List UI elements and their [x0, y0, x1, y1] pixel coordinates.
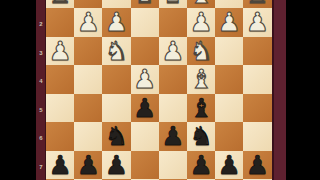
square-d4: [159, 65, 187, 94]
square-b7: ♟: [215, 151, 243, 180]
chess-thumbnail: 234567 ♜♚♛♝♜♟♟♟♟♟♟♞♟♞♟♝♟♝♞♟♞♟♟♟♟♟♟♜♚♛♝♜: [0, 0, 320, 180]
white-king-e1: ♚: [133, 0, 156, 8]
square-d3: ♟: [159, 37, 187, 66]
square-f2: ♟: [102, 8, 130, 37]
square-b4: [215, 65, 243, 94]
square-c3: ♞: [187, 37, 215, 66]
square-g4: [74, 65, 102, 94]
white-queen-d1: ♛: [161, 0, 184, 8]
square-f3: ♞: [102, 37, 130, 66]
square-e7: [131, 151, 159, 180]
square-d8: ♛: [159, 179, 187, 180]
square-g6: [74, 122, 102, 151]
square-h4: [46, 65, 74, 94]
black-pawn-b7: ♟: [218, 151, 241, 179]
square-g5: [74, 94, 102, 123]
black-bishop-c8: ♝: [189, 179, 212, 180]
black-pawn-g7: ♟: [77, 151, 100, 179]
square-b3: [215, 37, 243, 66]
square-a5: [243, 94, 271, 123]
square-e6: [131, 122, 159, 151]
white-pawn-d3: ♟: [161, 37, 184, 65]
square-e4: ♟: [131, 65, 159, 94]
chess-board: ♜♚♛♝♜♟♟♟♟♟♟♞♟♞♟♝♟♝♞♟♞♟♟♟♟♟♟♜♚♛♝♜: [46, 0, 272, 180]
square-d1: ♛: [159, 0, 187, 8]
square-a4: [243, 65, 271, 94]
square-a3: [243, 37, 271, 66]
square-a6: [243, 122, 271, 151]
square-a8: ♜: [243, 179, 271, 180]
square-h8: ♜: [46, 179, 74, 180]
square-g2: ♟: [74, 8, 102, 37]
rank-label-4: 4: [36, 78, 46, 84]
black-pawn-h7: ♟: [48, 151, 71, 179]
black-knight-f6: ♞: [105, 122, 128, 150]
square-g7: ♟: [74, 151, 102, 180]
square-h5: [46, 94, 74, 123]
square-c2: ♟: [187, 8, 215, 37]
square-e8: ♚: [131, 179, 159, 180]
black-pawn-f7: ♟: [105, 151, 128, 179]
square-c4: ♝: [187, 65, 215, 94]
white-pawn-a2: ♟: [246, 8, 269, 36]
white-rook-h1: ♜: [48, 0, 71, 8]
square-h6: [46, 122, 74, 151]
square-c5: ♝: [187, 94, 215, 123]
square-c8: ♝: [187, 179, 215, 180]
black-bishop-c5: ♝: [189, 94, 212, 122]
square-d2: [159, 8, 187, 37]
black-pawn-d6: ♟: [161, 122, 184, 150]
square-c7: ♟: [187, 151, 215, 180]
white-knight-f3: ♞: [105, 37, 128, 65]
black-pawn-e5: ♟: [133, 94, 156, 122]
rank-label-3: 3: [36, 50, 46, 56]
white-knight-c3: ♞: [189, 37, 212, 65]
square-f8: [102, 179, 130, 180]
white-pawn-c2: ♟: [189, 8, 212, 36]
black-king-e8: ♚: [133, 179, 156, 180]
square-h3: ♟: [46, 37, 74, 66]
black-rook-a8: ♜: [246, 179, 269, 180]
square-f4: [102, 65, 130, 94]
rank-label-7: 7: [36, 164, 46, 170]
square-e2: [131, 8, 159, 37]
white-pawn-h3: ♟: [48, 37, 71, 65]
white-pawn-e4: ♟: [133, 65, 156, 93]
white-pawn-g2: ♟: [77, 8, 100, 36]
square-b5: [215, 94, 243, 123]
rank-label-strip: 234567: [36, 0, 46, 180]
rank-label-6: 6: [36, 135, 46, 141]
black-queen-d8: ♛: [161, 179, 184, 180]
white-pawn-b2: ♟: [218, 8, 241, 36]
black-rook-h8: ♜: [48, 179, 71, 180]
square-b8: [215, 179, 243, 180]
square-a2: ♟: [243, 8, 271, 37]
square-h2: [46, 8, 74, 37]
square-c6: ♞: [187, 122, 215, 151]
square-a7: ♟: [243, 151, 271, 180]
rank-label-5: 5: [36, 107, 46, 113]
square-g8: [74, 179, 102, 180]
square-h7: ♟: [46, 151, 74, 180]
black-pawn-c7: ♟: [189, 151, 212, 179]
square-f5: [102, 94, 130, 123]
white-bishop-c4: ♝: [189, 65, 212, 93]
square-d5: [159, 94, 187, 123]
white-pawn-f2: ♟: [105, 8, 128, 36]
square-d6: ♟: [159, 122, 187, 151]
square-h1: ♜: [46, 0, 74, 8]
square-f7: ♟: [102, 151, 130, 180]
black-pawn-a7: ♟: [246, 151, 269, 179]
square-e1: ♚: [131, 0, 159, 8]
black-knight-c6: ♞: [189, 122, 212, 150]
square-e5: ♟: [131, 94, 159, 123]
square-f6: ♞: [102, 122, 130, 151]
square-b6: [215, 122, 243, 151]
square-d7: [159, 151, 187, 180]
board-right-frame: [272, 0, 286, 180]
square-b2: ♟: [215, 8, 243, 37]
rank-label-2: 2: [36, 21, 46, 27]
square-g3: [74, 37, 102, 66]
square-e3: [131, 37, 159, 66]
